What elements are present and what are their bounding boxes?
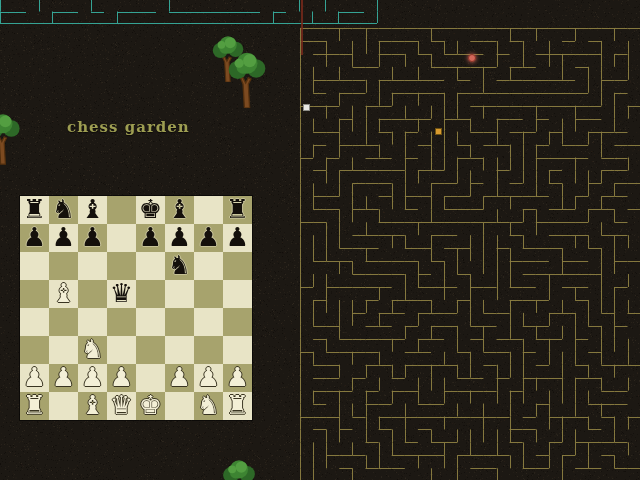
square-d8[interactable]	[107, 196, 136, 224]
square-e1[interactable]: ♚	[136, 392, 165, 420]
black-pawn[interactable]: ♟	[197, 224, 220, 250]
square-e5[interactable]	[136, 280, 165, 308]
square-h6[interactable]	[223, 252, 252, 280]
square-b2[interactable]: ♟	[49, 364, 78, 392]
square-e2[interactable]	[136, 364, 165, 392]
square-g7[interactable]: ♟	[194, 224, 223, 252]
black-king[interactable]: ♚	[139, 196, 162, 222]
square-a8[interactable]: ♜	[20, 196, 49, 224]
square-f3[interactable]	[165, 336, 194, 364]
square-a3[interactable]	[20, 336, 49, 364]
white-pawn[interactable]: ♟	[197, 364, 220, 390]
black-pawn[interactable]: ♟	[168, 224, 191, 250]
square-e4[interactable]	[136, 308, 165, 336]
square-d5[interactable]: ♛	[107, 280, 136, 308]
square-e8[interactable]: ♚	[136, 196, 165, 224]
white-pawn[interactable]: ♟	[52, 364, 75, 390]
square-g3[interactable]	[194, 336, 223, 364]
black-pawn[interactable]: ♟	[81, 224, 104, 250]
square-a6[interactable]	[20, 252, 49, 280]
square-f4[interactable]	[165, 308, 194, 336]
white-pawn[interactable]: ♟	[168, 364, 191, 390]
square-c4[interactable]	[78, 308, 107, 336]
gold-item-marker[interactable]	[435, 128, 442, 135]
black-rook[interactable]: ♜	[23, 196, 46, 222]
square-c3[interactable]: ♞	[78, 336, 107, 364]
white-queen[interactable]: ♛	[110, 392, 133, 418]
square-h3[interactable]	[223, 336, 252, 364]
square-a2[interactable]: ♟	[20, 364, 49, 392]
square-d1[interactable]: ♛	[107, 392, 136, 420]
black-queen[interactable]: ♛	[110, 280, 133, 306]
square-f7[interactable]: ♟	[165, 224, 194, 252]
square-d2[interactable]: ♟	[107, 364, 136, 392]
square-e3[interactable]	[136, 336, 165, 364]
square-g5[interactable]	[194, 280, 223, 308]
square-b7[interactable]: ♟	[49, 224, 78, 252]
black-pawn[interactable]: ♟	[226, 224, 249, 250]
red-wall-segment	[301, 0, 303, 55]
white-pawn[interactable]: ♟	[110, 364, 133, 390]
square-c5[interactable]	[78, 280, 107, 308]
square-g1[interactable]: ♞	[194, 392, 223, 420]
black-bishop[interactable]: ♝	[81, 196, 104, 222]
square-b6[interactable]	[49, 252, 78, 280]
red-creature-marker[interactable]	[468, 54, 476, 62]
square-e6[interactable]	[136, 252, 165, 280]
square-a4[interactable]	[20, 308, 49, 336]
square-a7[interactable]: ♟	[20, 224, 49, 252]
square-a1[interactable]: ♜	[20, 392, 49, 420]
square-a5[interactable]	[20, 280, 49, 308]
square-c8[interactable]: ♝	[78, 196, 107, 224]
square-h8[interactable]: ♜	[223, 196, 252, 224]
square-d4[interactable]	[107, 308, 136, 336]
white-rook[interactable]: ♜	[23, 392, 46, 418]
square-g8[interactable]	[194, 196, 223, 224]
square-b4[interactable]	[49, 308, 78, 336]
square-c2[interactable]: ♟	[78, 364, 107, 392]
square-b1[interactable]	[49, 392, 78, 420]
square-h5[interactable]	[223, 280, 252, 308]
white-bishop[interactable]: ♝	[52, 280, 75, 306]
square-d3[interactable]	[107, 336, 136, 364]
black-bishop[interactable]: ♝	[168, 196, 191, 222]
chess-board: ♜♞♝♚♝♜♟♟♟♟♟♟♟♞♝♛♞♟♟♟♟♟♟♟♜♝♛♚♞♜	[20, 196, 252, 420]
black-pawn[interactable]: ♟	[52, 224, 75, 250]
black-rook[interactable]: ♜	[226, 196, 249, 222]
square-c6[interactable]	[78, 252, 107, 280]
square-f1[interactable]	[165, 392, 194, 420]
white-rook[interactable]: ♜	[226, 392, 249, 418]
area-label: chess garden	[67, 118, 190, 136]
square-b5[interactable]: ♝	[49, 280, 78, 308]
game-screen: { "game": "chess", "position": { "fen": …	[0, 0, 640, 480]
black-knight[interactable]: ♞	[52, 196, 75, 222]
square-b8[interactable]: ♞	[49, 196, 78, 224]
black-pawn[interactable]: ♟	[139, 224, 162, 250]
white-king[interactable]: ♚	[139, 392, 162, 418]
square-c1[interactable]: ♝	[78, 392, 107, 420]
black-knight[interactable]: ♞	[168, 252, 191, 278]
white-square-marker[interactable]	[303, 104, 310, 111]
square-h2[interactable]: ♟	[223, 364, 252, 392]
white-bishop[interactable]: ♝	[81, 392, 104, 418]
square-g4[interactable]	[194, 308, 223, 336]
white-pawn[interactable]: ♟	[23, 364, 46, 390]
square-h1[interactable]: ♜	[223, 392, 252, 420]
square-d6[interactable]	[107, 252, 136, 280]
square-d7[interactable]	[107, 224, 136, 252]
square-f2[interactable]: ♟	[165, 364, 194, 392]
square-h4[interactable]	[223, 308, 252, 336]
black-pawn[interactable]: ♟	[23, 224, 46, 250]
square-c7[interactable]: ♟	[78, 224, 107, 252]
square-e7[interactable]: ♟	[136, 224, 165, 252]
white-pawn[interactable]: ♟	[81, 364, 104, 390]
square-f8[interactable]: ♝	[165, 196, 194, 224]
white-pawn[interactable]: ♟	[226, 364, 249, 390]
square-f6[interactable]: ♞	[165, 252, 194, 280]
white-knight[interactable]: ♞	[81, 336, 104, 362]
white-knight[interactable]: ♞	[197, 392, 220, 418]
square-f5[interactable]	[165, 280, 194, 308]
square-h7[interactable]: ♟	[223, 224, 252, 252]
square-g2[interactable]: ♟	[194, 364, 223, 392]
square-g6[interactable]	[194, 252, 223, 280]
square-b3[interactable]	[49, 336, 78, 364]
